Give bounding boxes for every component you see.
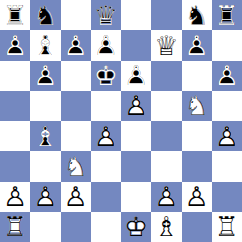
- piece-outline-layer: ♙: [212, 61, 242, 91]
- white-knight-icon: ♞♘: [61, 151, 91, 181]
- piece-outline-layer: ♙: [182, 182, 212, 212]
- square-e5[interactable]: ♟♙: [121, 91, 151, 121]
- black-rook-icon: ♜♖: [212, 0, 242, 30]
- piece-outline-layer: ♕: [151, 30, 181, 60]
- black-pawn-icon: ♟♙: [182, 30, 212, 60]
- square-c7[interactable]: ♟♙: [61, 30, 91, 60]
- piece-fill-layer: ♟: [151, 182, 181, 212]
- square-c8[interactable]: [61, 0, 91, 30]
- square-c1[interactable]: [61, 212, 91, 242]
- white-rook-icon: ♜♖: [212, 212, 242, 242]
- square-f6[interactable]: [151, 61, 181, 91]
- piece-fill-layer: ♚: [91, 61, 121, 91]
- piece-fill-layer: ♟: [61, 30, 91, 60]
- piece-outline-layer: ♘: [61, 151, 91, 181]
- square-d1[interactable]: [91, 212, 121, 242]
- piece-outline-layer: ♖: [212, 0, 242, 30]
- piece-fill-layer: ♟: [121, 61, 151, 91]
- square-f2[interactable]: ♟♙: [151, 182, 181, 212]
- piece-fill-layer: ♟: [0, 30, 30, 60]
- piece-fill-layer: ♟: [0, 182, 30, 212]
- white-pawn-icon: ♟♙: [212, 121, 242, 151]
- square-f3[interactable]: [151, 151, 181, 181]
- black-knight-icon: ♞♘: [182, 0, 212, 30]
- square-h3[interactable]: [212, 151, 242, 181]
- square-h7[interactable]: [212, 30, 242, 60]
- square-d8[interactable]: ♛♕: [91, 0, 121, 30]
- black-pawn-icon: ♟♙: [0, 30, 30, 60]
- square-b6[interactable]: ♟♙: [30, 61, 60, 91]
- white-pawn-icon: ♟♙: [91, 121, 121, 151]
- square-a3[interactable]: [0, 151, 30, 181]
- white-pawn-icon: ♟♙: [121, 91, 151, 121]
- square-f4[interactable]: [151, 121, 181, 151]
- square-h2[interactable]: [212, 182, 242, 212]
- square-b3[interactable]: [30, 151, 60, 181]
- square-g7[interactable]: ♟♙: [182, 30, 212, 60]
- black-bishop-icon: ♝♗: [30, 121, 60, 151]
- square-g5[interactable]: ♞♘: [182, 91, 212, 121]
- piece-fill-layer: ♟: [182, 30, 212, 60]
- square-d7[interactable]: ♟♙: [91, 30, 121, 60]
- piece-fill-layer: ♟: [30, 61, 60, 91]
- piece-fill-layer: ♜: [0, 0, 30, 30]
- piece-fill-layer: ♞: [182, 91, 212, 121]
- piece-outline-layer: ♘: [182, 0, 212, 30]
- piece-fill-layer: ♟: [91, 30, 121, 60]
- black-bishop-icon: ♝♗: [30, 30, 60, 60]
- white-pawn-icon: ♟♙: [61, 182, 91, 212]
- piece-outline-layer: ♘: [182, 91, 212, 121]
- square-e4[interactable]: [121, 121, 151, 151]
- square-g6[interactable]: [182, 61, 212, 91]
- square-e2[interactable]: [121, 182, 151, 212]
- piece-outline-layer: ♙: [121, 61, 151, 91]
- piece-outline-layer: ♗: [151, 212, 181, 242]
- chess-board: ♜♖♞♘♛♕♞♘♜♖♟♙♝♗♟♙♟♙♛♕♟♙♟♙♚♔♟♙♟♙♟♙♞♘♝♗♟♙♟♙…: [0, 0, 242, 242]
- square-e8[interactable]: [121, 0, 151, 30]
- piece-fill-layer: ♜: [212, 212, 242, 242]
- piece-fill-layer: ♝: [30, 121, 60, 151]
- piece-outline-layer: ♔: [91, 61, 121, 91]
- square-a5[interactable]: [0, 91, 30, 121]
- piece-outline-layer: ♙: [61, 182, 91, 212]
- square-b4[interactable]: ♝♗: [30, 121, 60, 151]
- square-h6[interactable]: ♟♙: [212, 61, 242, 91]
- square-f5[interactable]: [151, 91, 181, 121]
- square-g3[interactable]: [182, 151, 212, 181]
- square-a2[interactable]: ♟♙: [0, 182, 30, 212]
- piece-fill-layer: ♜: [212, 0, 242, 30]
- square-h4[interactable]: ♟♙: [212, 121, 242, 151]
- piece-outline-layer: ♘: [30, 0, 60, 30]
- piece-outline-layer: ♗: [30, 121, 60, 151]
- square-g2[interactable]: ♟♙: [182, 182, 212, 212]
- square-c4[interactable]: [61, 121, 91, 151]
- piece-fill-layer: ♛: [91, 0, 121, 30]
- white-rook-icon: ♜♖: [0, 212, 30, 242]
- square-a8[interactable]: ♜♖: [0, 0, 30, 30]
- white-pawn-icon: ♟♙: [30, 182, 60, 212]
- piece-fill-layer: ♚: [121, 212, 151, 242]
- piece-outline-layer: ♖: [0, 0, 30, 30]
- piece-fill-layer: ♞: [182, 0, 212, 30]
- square-e7[interactable]: [121, 30, 151, 60]
- piece-fill-layer: ♟: [212, 61, 242, 91]
- black-pawn-icon: ♟♙: [91, 30, 121, 60]
- square-d2[interactable]: [91, 182, 121, 212]
- square-c3[interactable]: ♞♘: [61, 151, 91, 181]
- white-king-icon: ♚♔: [121, 212, 151, 242]
- piece-fill-layer: ♛: [151, 30, 181, 60]
- piece-outline-layer: ♙: [151, 182, 181, 212]
- piece-outline-layer: ♙: [91, 121, 121, 151]
- piece-outline-layer: ♗: [30, 30, 60, 60]
- black-pawn-icon: ♟♙: [121, 61, 151, 91]
- white-bishop-icon: ♝♗: [151, 212, 181, 242]
- white-knight-icon: ♞♘: [182, 91, 212, 121]
- piece-outline-layer: ♙: [61, 30, 91, 60]
- piece-outline-layer: ♔: [121, 212, 151, 242]
- square-c5[interactable]: [61, 91, 91, 121]
- piece-fill-layer: ♞: [61, 151, 91, 181]
- piece-fill-layer: ♟: [182, 182, 212, 212]
- white-queen-icon: ♛♕: [151, 30, 181, 60]
- piece-outline-layer: ♙: [212, 121, 242, 151]
- square-d3[interactable]: [91, 151, 121, 181]
- square-e6[interactable]: ♟♙: [121, 61, 151, 91]
- square-h8[interactable]: ♜♖: [212, 0, 242, 30]
- piece-outline-layer: ♙: [30, 61, 60, 91]
- black-queen-icon: ♛♕: [91, 0, 121, 30]
- square-f7[interactable]: ♛♕: [151, 30, 181, 60]
- piece-outline-layer: ♖: [0, 212, 30, 242]
- square-c6[interactable]: [61, 61, 91, 91]
- square-a6[interactable]: [0, 61, 30, 91]
- piece-fill-layer: ♟: [30, 182, 60, 212]
- piece-fill-layer: ♜: [0, 212, 30, 242]
- square-a1[interactable]: ♜♖: [0, 212, 30, 242]
- piece-fill-layer: ♝: [30, 30, 60, 60]
- square-g4[interactable]: [182, 121, 212, 151]
- square-f1[interactable]: ♝♗: [151, 212, 181, 242]
- square-b5[interactable]: [30, 91, 60, 121]
- piece-outline-layer: ♙: [30, 182, 60, 212]
- square-f8[interactable]: [151, 0, 181, 30]
- square-d4[interactable]: ♟♙: [91, 121, 121, 151]
- piece-fill-layer: ♟: [212, 121, 242, 151]
- black-king-icon: ♚♔: [91, 61, 121, 91]
- black-rook-icon: ♜♖: [0, 0, 30, 30]
- square-b2[interactable]: ♟♙: [30, 182, 60, 212]
- square-e3[interactable]: [121, 151, 151, 181]
- square-d5[interactable]: [91, 91, 121, 121]
- black-knight-icon: ♞♘: [30, 0, 60, 30]
- piece-outline-layer: ♖: [212, 212, 242, 242]
- white-pawn-icon: ♟♙: [0, 182, 30, 212]
- square-b7[interactable]: ♝♗: [30, 30, 60, 60]
- piece-fill-layer: ♝: [151, 212, 181, 242]
- square-b8[interactable]: ♞♘: [30, 0, 60, 30]
- square-d6[interactable]: ♚♔: [91, 61, 121, 91]
- square-e1[interactable]: ♚♔: [121, 212, 151, 242]
- piece-outline-layer: ♙: [121, 91, 151, 121]
- piece-outline-layer: ♙: [182, 30, 212, 60]
- piece-outline-layer: ♙: [91, 30, 121, 60]
- piece-fill-layer: ♟: [121, 91, 151, 121]
- square-h1[interactable]: ♜♖: [212, 212, 242, 242]
- piece-fill-layer: ♟: [61, 182, 91, 212]
- piece-outline-layer: ♙: [0, 30, 30, 60]
- piece-outline-layer: ♙: [0, 182, 30, 212]
- square-h5[interactable]: [212, 91, 242, 121]
- square-g8[interactable]: ♞♘: [182, 0, 212, 30]
- piece-fill-layer: ♟: [91, 121, 121, 151]
- square-g1[interactable]: [182, 212, 212, 242]
- black-pawn-icon: ♟♙: [30, 61, 60, 91]
- square-c2[interactable]: ♟♙: [61, 182, 91, 212]
- white-pawn-icon: ♟♙: [151, 182, 181, 212]
- black-pawn-icon: ♟♙: [212, 61, 242, 91]
- white-pawn-icon: ♟♙: [182, 182, 212, 212]
- square-a7[interactable]: ♟♙: [0, 30, 30, 60]
- square-b1[interactable]: [30, 212, 60, 242]
- piece-outline-layer: ♕: [91, 0, 121, 30]
- piece-fill-layer: ♞: [30, 0, 60, 30]
- square-a4[interactable]: [0, 121, 30, 151]
- black-pawn-icon: ♟♙: [61, 30, 91, 60]
